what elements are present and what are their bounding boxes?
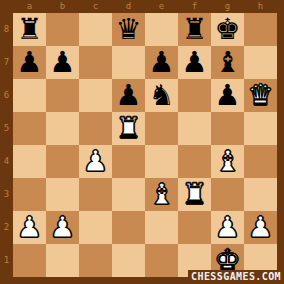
file-label-e: e [145, 0, 178, 13]
piece-black-pawn-f7[interactable]: ♟ [178, 46, 211, 79]
square-f6[interactable] [178, 79, 211, 112]
square-c2[interactable] [79, 211, 112, 244]
piece-black-queen-d8[interactable]: ♛ [112, 13, 145, 46]
file-label-h: h [244, 0, 277, 13]
square-f7[interactable]: ♟ [178, 46, 211, 79]
square-h2[interactable]: ♟ [244, 211, 277, 244]
rank-label-6: 6 [0, 79, 13, 112]
piece-white-pawn-g2[interactable]: ♟ [211, 211, 244, 244]
chess-diagram: abcdefgh 87654321 ♜♛♜♚♟♟♟♟♝♟♞♟♛♜♟♝♝♜♟♟♟♟… [0, 0, 284, 284]
piece-black-king-g8[interactable]: ♚ [211, 13, 244, 46]
rank-label-7: 7 [0, 46, 13, 79]
square-b3[interactable] [46, 178, 79, 211]
piece-white-bishop-e3[interactable]: ♝ [145, 178, 178, 211]
piece-white-rook-d5[interactable]: ♜ [112, 112, 145, 145]
square-e7[interactable]: ♟ [145, 46, 178, 79]
piece-white-bishop-g4[interactable]: ♝ [211, 145, 244, 178]
square-d3[interactable] [112, 178, 145, 211]
square-e2[interactable] [145, 211, 178, 244]
square-f8[interactable]: ♜ [178, 13, 211, 46]
piece-black-pawn-e7[interactable]: ♟ [145, 46, 178, 79]
square-c8[interactable] [79, 13, 112, 46]
square-h3[interactable] [244, 178, 277, 211]
rank-label-1: 1 [0, 244, 13, 277]
square-f3[interactable]: ♜ [178, 178, 211, 211]
square-g5[interactable] [211, 112, 244, 145]
square-a4[interactable] [13, 145, 46, 178]
square-a3[interactable] [13, 178, 46, 211]
square-e8[interactable] [145, 13, 178, 46]
square-d2[interactable] [112, 211, 145, 244]
square-g4[interactable]: ♝ [211, 145, 244, 178]
piece-black-pawn-b7[interactable]: ♟ [46, 46, 79, 79]
square-e5[interactable] [145, 112, 178, 145]
piece-black-bishop-g7[interactable]: ♝ [211, 46, 244, 79]
file-label-c: c [79, 0, 112, 13]
square-a6[interactable] [13, 79, 46, 112]
square-d5[interactable]: ♜ [112, 112, 145, 145]
square-e4[interactable] [145, 145, 178, 178]
piece-white-pawn-h2[interactable]: ♟ [244, 211, 277, 244]
square-g7[interactable]: ♝ [211, 46, 244, 79]
square-d7[interactable] [112, 46, 145, 79]
piece-black-knight-e6[interactable]: ♞ [145, 79, 178, 112]
square-f5[interactable] [178, 112, 211, 145]
square-b1[interactable] [46, 244, 79, 277]
square-g8[interactable]: ♚ [211, 13, 244, 46]
rank-label-3: 3 [0, 178, 13, 211]
piece-black-rook-f8[interactable]: ♜ [178, 13, 211, 46]
square-a1[interactable] [13, 244, 46, 277]
square-h5[interactable] [244, 112, 277, 145]
square-a7[interactable]: ♟ [13, 46, 46, 79]
square-e3[interactable]: ♝ [145, 178, 178, 211]
rank-labels: 87654321 [0, 13, 13, 277]
piece-black-pawn-g6[interactable]: ♟ [211, 79, 244, 112]
square-c3[interactable] [79, 178, 112, 211]
square-b4[interactable] [46, 145, 79, 178]
square-e1[interactable] [145, 244, 178, 277]
rank-label-8: 8 [0, 13, 13, 46]
rank-label-5: 5 [0, 112, 13, 145]
square-h4[interactable] [244, 145, 277, 178]
square-c6[interactable] [79, 79, 112, 112]
piece-white-rook-f3[interactable]: ♜ [178, 178, 211, 211]
square-g6[interactable]: ♟ [211, 79, 244, 112]
watermark-text: CHESSGAMES.COM [188, 270, 283, 283]
piece-black-pawn-d6[interactable]: ♟ [112, 79, 145, 112]
piece-black-pawn-a7[interactable]: ♟ [13, 46, 46, 79]
rank-label-4: 4 [0, 145, 13, 178]
square-d4[interactable] [112, 145, 145, 178]
square-f2[interactable] [178, 211, 211, 244]
square-h7[interactable] [244, 46, 277, 79]
square-b7[interactable]: ♟ [46, 46, 79, 79]
square-a8[interactable]: ♜ [13, 13, 46, 46]
square-e6[interactable]: ♞ [145, 79, 178, 112]
square-f4[interactable] [178, 145, 211, 178]
piece-white-queen-h6[interactable]: ♛ [244, 79, 277, 112]
square-c7[interactable] [79, 46, 112, 79]
file-label-b: b [46, 0, 79, 13]
square-c4[interactable]: ♟ [79, 145, 112, 178]
square-g3[interactable] [211, 178, 244, 211]
square-c5[interactable] [79, 112, 112, 145]
piece-white-pawn-b2[interactable]: ♟ [46, 211, 79, 244]
chess-board: ♜♛♜♚♟♟♟♟♝♟♞♟♛♜♟♝♝♜♟♟♟♟♚ [13, 13, 277, 277]
square-b8[interactable] [46, 13, 79, 46]
square-g2[interactable]: ♟ [211, 211, 244, 244]
rank-label-2: 2 [0, 211, 13, 244]
square-d6[interactable]: ♟ [112, 79, 145, 112]
square-b6[interactable] [46, 79, 79, 112]
square-a2[interactable]: ♟ [13, 211, 46, 244]
piece-white-pawn-a2[interactable]: ♟ [13, 211, 46, 244]
square-d1[interactable] [112, 244, 145, 277]
square-h8[interactable] [244, 13, 277, 46]
square-b5[interactable] [46, 112, 79, 145]
square-b2[interactable]: ♟ [46, 211, 79, 244]
piece-white-pawn-c4[interactable]: ♟ [79, 145, 112, 178]
square-a5[interactable] [13, 112, 46, 145]
square-h6[interactable]: ♛ [244, 79, 277, 112]
square-c1[interactable] [79, 244, 112, 277]
piece-black-rook-a8[interactable]: ♜ [13, 13, 46, 46]
square-d8[interactable]: ♛ [112, 13, 145, 46]
